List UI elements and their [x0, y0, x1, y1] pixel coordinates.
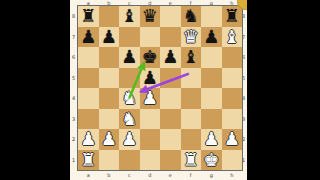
black-knight-f8: ♞: [181, 6, 202, 27]
square-d7[interactable]: [140, 27, 161, 48]
white-pawn-a2: ♟: [78, 129, 99, 150]
square-a3[interactable]: [78, 109, 99, 130]
chess-board-panel: abcdefgh 87654321 87654321 abcdefgh ♜♝♛♞…: [70, 0, 247, 180]
rank-label-5: 5: [70, 68, 77, 89]
file-label-g: g: [201, 172, 222, 178]
square-e2[interactable]: [160, 129, 181, 150]
black-bishop-f6: ♝: [181, 47, 202, 68]
white-king-g1: ♚: [201, 150, 222, 171]
black-bishop-c8: ♝: [119, 6, 140, 27]
black-pawn-e6: ♟: [160, 47, 181, 68]
white-rook-a1: ♜: [78, 150, 99, 171]
square-d1[interactable]: [140, 150, 161, 171]
square-g5[interactable]: [201, 68, 222, 89]
square-c6[interactable]: ♟: [119, 47, 140, 68]
square-d6[interactable]: ♚: [140, 47, 161, 68]
black-pawn-b7: ♟: [99, 27, 120, 48]
square-h7[interactable]: ♝: [222, 27, 243, 48]
rank-label-8: 8: [70, 6, 77, 27]
rank-label-6: 6: [70, 47, 77, 68]
square-b3[interactable]: [99, 109, 120, 130]
square-f7[interactable]: ♛: [181, 27, 202, 48]
square-a8[interactable]: ♜: [78, 6, 99, 27]
white-bishop-h7: ♝: [222, 27, 243, 48]
square-g4[interactable]: [201, 88, 222, 109]
black-rook-h8: ♜: [222, 6, 243, 27]
square-c8[interactable]: ♝: [119, 6, 140, 27]
square-f6[interactable]: ♝: [181, 47, 202, 68]
square-d4[interactable]: ♟: [140, 88, 161, 109]
black-pawn-d5: ♟: [140, 68, 161, 89]
square-f1[interactable]: ♜: [181, 150, 202, 171]
black-pawn-g7: ♟: [201, 27, 222, 48]
square-c5[interactable]: [119, 68, 140, 89]
white-queen-f7: ♛: [181, 27, 202, 48]
square-d3[interactable]: [140, 109, 161, 130]
right-letterbox: [247, 0, 320, 180]
rank-label-1: 1: [70, 150, 77, 171]
square-c2[interactable]: ♟: [119, 129, 140, 150]
square-h5[interactable]: [222, 68, 243, 89]
black-queen-d8: ♛: [140, 6, 161, 27]
square-a4[interactable]: [78, 88, 99, 109]
white-pawn-d4: ♟: [140, 88, 161, 109]
square-f2[interactable]: [181, 129, 202, 150]
black-rook-a8: ♜: [78, 6, 99, 27]
square-b8[interactable]: [99, 6, 120, 27]
file-label-c: c: [119, 172, 140, 178]
square-h4[interactable]: [222, 88, 243, 109]
square-e6[interactable]: ♟: [160, 47, 181, 68]
square-b4[interactable]: [99, 88, 120, 109]
square-c3[interactable]: ♞: [119, 109, 140, 130]
square-g8[interactable]: [201, 6, 222, 27]
square-h8[interactable]: ♜: [222, 6, 243, 27]
square-b1[interactable]: [99, 150, 120, 171]
file-label-a: a: [78, 172, 99, 178]
square-d5[interactable]: ♟: [140, 68, 161, 89]
square-e5[interactable]: [160, 68, 181, 89]
square-e3[interactable]: [160, 109, 181, 130]
square-e8[interactable]: [160, 6, 181, 27]
square-f4[interactable]: [181, 88, 202, 109]
square-h2[interactable]: ♟: [222, 129, 243, 150]
square-g7[interactable]: ♟: [201, 27, 222, 48]
square-d2[interactable]: [140, 129, 161, 150]
square-b5[interactable]: [99, 68, 120, 89]
white-pawn-h2: ♟: [222, 129, 243, 150]
file-label-h: h: [222, 172, 243, 178]
black-pawn-c6: ♟: [119, 47, 140, 68]
square-a6[interactable]: [78, 47, 99, 68]
file-label-b: b: [99, 172, 120, 178]
square-f3[interactable]: [181, 109, 202, 130]
square-a7[interactable]: ♟: [78, 27, 99, 48]
file-labels-bottom: abcdefgh: [78, 172, 242, 178]
square-b2[interactable]: ♟: [99, 129, 120, 150]
square-h6[interactable]: [222, 47, 243, 68]
square-b6[interactable]: [99, 47, 120, 68]
file-label-e: e: [160, 172, 181, 178]
video-frame: { "game": "chess", "position": { "fen": …: [0, 0, 320, 180]
square-h3[interactable]: [222, 109, 243, 130]
square-g1[interactable]: ♚: [201, 150, 222, 171]
square-h1[interactable]: [222, 150, 243, 171]
rank-label-3: 3: [70, 109, 77, 130]
rank-label-2: 2: [70, 129, 77, 150]
square-c1[interactable]: [119, 150, 140, 171]
white-pawn-b2: ♟: [99, 129, 120, 150]
file-label-d: d: [140, 172, 161, 178]
rank-labels-left: 87654321: [70, 6, 77, 170]
square-f8[interactable]: ♞: [181, 6, 202, 27]
square-g3[interactable]: [201, 109, 222, 130]
square-e7[interactable]: [160, 27, 181, 48]
square-e1[interactable]: [160, 150, 181, 171]
square-a5[interactable]: [78, 68, 99, 89]
square-d8[interactable]: ♛: [140, 6, 161, 27]
square-b7[interactable]: ♟: [99, 27, 120, 48]
white-knight-c3: ♞: [119, 109, 140, 130]
black-king-d6: ♚: [140, 47, 161, 68]
file-label-f: f: [181, 172, 202, 178]
white-knight-c4: ♞: [119, 88, 140, 109]
white-pawn-c2: ♟: [119, 129, 140, 150]
square-e4[interactable]: [160, 88, 181, 109]
rank-label-4: 4: [70, 88, 77, 109]
square-a1[interactable]: ♜: [78, 150, 99, 171]
square-a2[interactable]: ♟: [78, 129, 99, 150]
left-letterbox: [0, 0, 70, 180]
square-g6[interactable]: [201, 47, 222, 68]
square-c7[interactable]: [119, 27, 140, 48]
square-g2[interactable]: ♟: [201, 129, 222, 150]
square-f5[interactable]: [181, 68, 202, 89]
rank-label-7: 7: [70, 27, 77, 48]
chess-board: ♜♝♛♞♜♟♟♛♟♝♟♚♟♝♟♞♟♞♟♟♟♟♟♜♜♚: [77, 5, 243, 171]
white-pawn-g2: ♟: [201, 129, 222, 150]
black-pawn-a7: ♟: [78, 27, 99, 48]
square-c4[interactable]: ♞: [119, 88, 140, 109]
white-rook-f1: ♜: [181, 150, 202, 171]
